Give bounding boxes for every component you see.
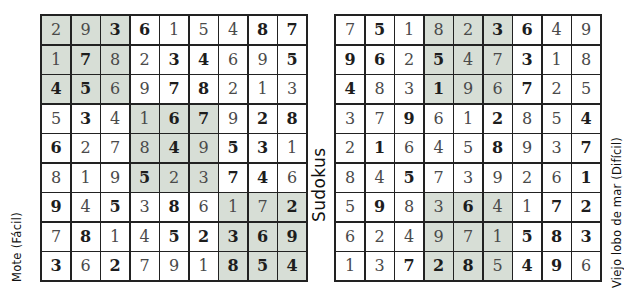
- sudoku-cell-right-r2c9: 8: [572, 46, 600, 74]
- sudoku-cell-right-r9c9: 6: [572, 252, 600, 280]
- sudoku-cell-left-r1c5: 1: [160, 16, 188, 44]
- sudoku-cell-right-r4c2: 7: [366, 105, 394, 133]
- sudoku-cell-right-r7c4: 3: [425, 193, 453, 221]
- sudoku-cell-left-r7c5: 8: [160, 193, 188, 221]
- sudoku-cell-right-r4c7: 8: [513, 105, 541, 133]
- sudoku-cell-left-r6c1: 8: [42, 164, 70, 192]
- sudoku-cell-left-r3c1: 4: [42, 75, 70, 103]
- sudoku-cell-right-r9c7: 4: [513, 252, 541, 280]
- sudoku-cell-left-r9c3: 2: [101, 252, 129, 280]
- sudoku-cell-left-r1c9: 7: [278, 16, 306, 44]
- sudoku-cell-right-r4c1: 3: [336, 105, 364, 133]
- sudoku-cell-right-r8c7: 5: [513, 223, 541, 251]
- sudoku-cell-right-r6c4: 7: [425, 164, 453, 192]
- sudoku-cell-left-r7c7: 1: [219, 193, 247, 221]
- sudoku-cell-right-r2c5: 4: [454, 46, 482, 74]
- page-title: Sudokus: [304, 116, 334, 222]
- sudoku-cell-right-r1c2: 5: [366, 16, 394, 44]
- sudoku-cell-right-r9c8: 9: [543, 252, 571, 280]
- sudoku-cell-left-r5c3: 7: [101, 134, 129, 162]
- puzzle-name-right: Viejo lobo de mar (Difícil): [607, 120, 627, 288]
- sudoku-cell-right-r9c6: 5: [484, 252, 512, 280]
- sudoku-cell-right-r1c3: 1: [395, 16, 423, 44]
- sudoku-cell-left-r6c7: 7: [219, 164, 247, 192]
- sudoku-cell-left-r4c2: 3: [72, 105, 100, 133]
- sudoku-cell-left-r6c8: 4: [249, 164, 277, 192]
- sudoku-cell-right-r5c3: 6: [395, 134, 423, 162]
- sudoku-cell-left-r6c3: 9: [101, 164, 129, 192]
- sudoku-cell-left-r5c9: 1: [278, 134, 306, 162]
- sudoku-cell-right-r8c1: 6: [336, 223, 364, 251]
- sudoku-cell-left-r4c9: 8: [278, 105, 306, 133]
- sudoku-cell-left-r1c1: 2: [42, 16, 70, 44]
- sudoku-cell-left-r1c2: 9: [72, 16, 100, 44]
- sudoku-cell-right-r1c4: 8: [425, 16, 453, 44]
- sudoku-cell-right-r5c7: 9: [513, 134, 541, 162]
- sudoku-cell-right-r9c2: 3: [366, 252, 394, 280]
- sudoku-cell-right-r7c2: 9: [366, 193, 394, 221]
- sudoku-cell-right-r6c1: 8: [336, 164, 364, 192]
- sudoku-cell-left-r4c7: 9: [219, 105, 247, 133]
- sudoku-cell-left-r5c4: 8: [131, 134, 159, 162]
- sudoku-solutions-page: { "game": "sudoku", "page_title": "Sudok…: [0, 0, 639, 290]
- sudoku-cell-left-r5c1: 6: [42, 134, 70, 162]
- sudoku-cell-left-r9c2: 6: [72, 252, 100, 280]
- sudoku-cell-right-r8c2: 2: [366, 223, 394, 251]
- sudoku-cell-left-r5c8: 3: [249, 134, 277, 162]
- sudoku-cell-right-r5c5: 5: [454, 134, 482, 162]
- sudoku-cell-left-r3c8: 1: [249, 75, 277, 103]
- sudoku-cell-right-r7c9: 2: [572, 193, 600, 221]
- sudoku-cell-right-r2c7: 3: [513, 46, 541, 74]
- sudoku-cell-right-r1c6: 3: [484, 16, 512, 44]
- sudoku-cell-right-r3c9: 5: [572, 75, 600, 103]
- sudoku-cell-right-r9c3: 7: [395, 252, 423, 280]
- sudoku-cell-left-r3c2: 5: [72, 75, 100, 103]
- sudoku-cell-right-r4c5: 1: [454, 105, 482, 133]
- sudoku-cell-left-r4c8: 2: [249, 105, 277, 133]
- sudoku-cell-right-r2c3: 2: [395, 46, 423, 74]
- sudoku-cell-right-r6c2: 4: [366, 164, 394, 192]
- sudoku-cell-left-r9c9: 4: [278, 252, 306, 280]
- sudoku-cell-left-r7c8: 7: [249, 193, 277, 221]
- sudoku-cell-left-r3c3: 6: [101, 75, 129, 103]
- sudoku-cell-left-r7c4: 3: [131, 193, 159, 221]
- sudoku-cell-left-r2c3: 8: [101, 46, 129, 74]
- sudoku-cell-right-r8c9: 3: [572, 223, 600, 251]
- sudoku-cell-left-r5c7: 5: [219, 134, 247, 162]
- sudoku-cell-left-r2c9: 5: [278, 46, 306, 74]
- sudoku-cell-left-r5c5: 4: [160, 134, 188, 162]
- sudoku-cell-right-r5c4: 4: [425, 134, 453, 162]
- sudoku-cell-left-r9c7: 8: [219, 252, 247, 280]
- sudoku-cell-left-r3c7: 2: [219, 75, 247, 103]
- sudoku-cell-right-r4c9: 4: [572, 105, 600, 133]
- sudoku-cell-left-r4c1: 5: [42, 105, 70, 133]
- sudoku-cell-left-r5c2: 2: [72, 134, 100, 162]
- sudoku-cell-right-r4c4: 6: [425, 105, 453, 133]
- sudoku-cell-right-r7c8: 7: [543, 193, 571, 221]
- sudoku-cell-right-r3c3: 3: [395, 75, 423, 103]
- sudoku-cell-left-r9c1: 3: [42, 252, 70, 280]
- sudoku-cell-left-r2c7: 6: [219, 46, 247, 74]
- sudoku-cell-right-r2c6: 7: [484, 46, 512, 74]
- sudoku-cell-right-r5c2: 1: [366, 134, 394, 162]
- sudoku-cell-left-r1c7: 4: [219, 16, 247, 44]
- sudoku-cell-right-r6c5: 3: [454, 164, 482, 192]
- sudoku-cell-left-r6c9: 6: [278, 164, 306, 192]
- sudoku-cell-right-r8c4: 9: [425, 223, 453, 251]
- sudoku-cell-right-r3c4: 1: [425, 75, 453, 103]
- sudoku-cell-left-r8c6: 2: [190, 223, 218, 251]
- sudoku-cell-left-r2c8: 9: [249, 46, 277, 74]
- sudoku-cell-left-r2c5: 3: [160, 46, 188, 74]
- sudoku-cell-left-r8c2: 8: [72, 223, 100, 251]
- sudoku-cell-right-r8c8: 8: [543, 223, 571, 251]
- sudoku-cell-right-r2c1: 9: [336, 46, 364, 74]
- sudoku-cell-left-r4c5: 6: [160, 105, 188, 133]
- sudoku-cell-left-r5c6: 9: [190, 134, 218, 162]
- sudoku-cell-left-r1c6: 5: [190, 16, 218, 44]
- sudoku-cell-left-r1c4: 6: [131, 16, 159, 44]
- sudoku-cell-right-r7c3: 8: [395, 193, 423, 221]
- sudoku-cell-right-r1c7: 6: [513, 16, 541, 44]
- sudoku-cell-right-r9c4: 2: [425, 252, 453, 280]
- sudoku-cell-right-r6c7: 2: [513, 164, 541, 192]
- sudoku-cell-left-r9c6: 1: [190, 252, 218, 280]
- sudoku-cell-right-r7c1: 5: [336, 193, 364, 221]
- sudoku-cell-right-r5c6: 8: [484, 134, 512, 162]
- sudoku-cell-left-r2c6: 4: [190, 46, 218, 74]
- sudoku-cell-right-r1c1: 7: [336, 16, 364, 44]
- sudoku-cell-left-r4c6: 7: [190, 105, 218, 133]
- sudoku-cell-right-r6c3: 5: [395, 164, 423, 192]
- sudoku-cell-right-r2c4: 5: [425, 46, 453, 74]
- sudoku-cell-right-r1c9: 9: [572, 16, 600, 44]
- sudoku-cell-left-r7c1: 9: [42, 193, 70, 221]
- sudoku-cell-right-r3c5: 9: [454, 75, 482, 103]
- sudoku-cell-left-r6c6: 3: [190, 164, 218, 192]
- sudoku-cell-right-r9c5: 8: [454, 252, 482, 280]
- sudoku-cell-left-r7c6: 6: [190, 193, 218, 221]
- sudoku-cell-right-r1c8: 4: [543, 16, 571, 44]
- sudoku-cell-left-r2c4: 2: [131, 46, 159, 74]
- sudoku-cell-right-r4c8: 5: [543, 105, 571, 133]
- sudoku-cell-left-r8c1: 7: [42, 223, 70, 251]
- sudoku-cell-left-r4c3: 4: [101, 105, 129, 133]
- sudoku-grid-left: 2936154871782346954569782135341679286278…: [40, 14, 308, 282]
- sudoku-cell-left-r7c3: 5: [101, 193, 129, 221]
- sudoku-cell-left-r8c8: 6: [249, 223, 277, 251]
- sudoku-cell-left-r4c4: 1: [131, 105, 159, 133]
- sudoku-cell-right-r4c6: 2: [484, 105, 512, 133]
- sudoku-cell-left-r8c3: 1: [101, 223, 129, 251]
- sudoku-cell-right-r8c6: 1: [484, 223, 512, 251]
- sudoku-cell-left-r2c1: 1: [42, 46, 70, 74]
- sudoku-cell-right-r7c5: 6: [454, 193, 482, 221]
- sudoku-cell-right-r6c6: 9: [484, 164, 512, 192]
- sudoku-cell-left-r3c6: 8: [190, 75, 218, 103]
- sudoku-cell-left-r8c9: 9: [278, 223, 306, 251]
- sudoku-cell-left-r3c4: 9: [131, 75, 159, 103]
- sudoku-cell-right-r6c8: 6: [543, 164, 571, 192]
- sudoku-cell-left-r9c4: 7: [131, 252, 159, 280]
- sudoku-cell-left-r8c4: 4: [131, 223, 159, 251]
- sudoku-cell-right-r2c8: 1: [543, 46, 571, 74]
- sudoku-cell-right-r7c6: 4: [484, 193, 512, 221]
- sudoku-cell-right-r3c6: 6: [484, 75, 512, 103]
- sudoku-cell-left-r7c9: 2: [278, 193, 306, 221]
- sudoku-cell-left-r9c5: 9: [160, 252, 188, 280]
- sudoku-cell-right-r3c1: 4: [336, 75, 364, 103]
- sudoku-grid-right: 7518236499625473184831967253796128542164…: [334, 14, 602, 282]
- sudoku-cell-right-r1c5: 2: [454, 16, 482, 44]
- sudoku-cell-left-r1c8: 8: [249, 16, 277, 44]
- sudoku-cell-right-r9c1: 1: [336, 252, 364, 280]
- sudoku-cell-left-r9c8: 5: [249, 252, 277, 280]
- sudoku-cell-right-r3c8: 2: [543, 75, 571, 103]
- sudoku-cell-left-r6c4: 5: [131, 164, 159, 192]
- sudoku-cell-right-r5c1: 2: [336, 134, 364, 162]
- sudoku-cell-right-r3c2: 8: [366, 75, 394, 103]
- sudoku-cell-left-r6c5: 2: [160, 164, 188, 192]
- sudoku-cell-left-r8c7: 3: [219, 223, 247, 251]
- sudoku-cell-right-r6c9: 1: [572, 164, 600, 192]
- sudoku-cell-right-r5c9: 7: [572, 134, 600, 162]
- sudoku-cell-right-r2c2: 6: [366, 46, 394, 74]
- sudoku-cell-right-r5c8: 3: [543, 134, 571, 162]
- sudoku-cell-left-r1c3: 3: [101, 16, 129, 44]
- sudoku-cell-right-r8c3: 4: [395, 223, 423, 251]
- sudoku-cell-left-r7c2: 4: [72, 193, 100, 221]
- sudoku-cell-left-r6c2: 1: [72, 164, 100, 192]
- sudoku-cell-left-r3c9: 3: [278, 75, 306, 103]
- sudoku-cell-right-r3c7: 7: [513, 75, 541, 103]
- sudoku-cell-left-r2c2: 7: [72, 46, 100, 74]
- sudoku-cell-right-r4c3: 9: [395, 105, 423, 133]
- sudoku-cell-left-r3c5: 7: [160, 75, 188, 103]
- sudoku-cell-right-r7c7: 1: [513, 193, 541, 221]
- puzzle-name-left: Mote (Fácil): [7, 182, 27, 282]
- sudoku-cell-left-r8c5: 5: [160, 223, 188, 251]
- sudoku-cell-right-r8c5: 7: [454, 223, 482, 251]
